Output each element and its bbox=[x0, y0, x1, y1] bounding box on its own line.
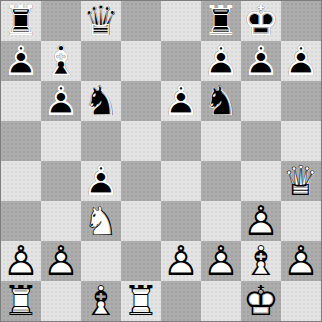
piece-glyph-solid: ♜ bbox=[201, 1, 241, 41]
square-a8[interactable]: ♜♖ bbox=[1, 1, 41, 41]
square-e8[interactable] bbox=[161, 1, 201, 41]
piece-glyph-outline: ♙ bbox=[41, 241, 81, 281]
square-a3[interactable] bbox=[1, 201, 41, 241]
square-e1[interactable] bbox=[161, 281, 201, 321]
square-b3[interactable] bbox=[41, 201, 81, 241]
piece-glyph-solid: ♞ bbox=[201, 81, 241, 121]
piece-black-king[interactable]: ♚♔ bbox=[241, 1, 281, 41]
piece-glyph-outline: ♘ bbox=[81, 201, 121, 241]
square-h4[interactable]: ♛♕ bbox=[281, 161, 321, 201]
piece-black-queen[interactable]: ♛♕ bbox=[81, 1, 121, 41]
square-g6[interactable] bbox=[241, 81, 281, 121]
piece-glyph-solid: ♝ bbox=[41, 41, 81, 81]
square-f6[interactable]: ♞♘ bbox=[201, 81, 241, 121]
square-e6[interactable]: ♟♙ bbox=[161, 81, 201, 121]
piece-white-pawn[interactable]: ♟♙ bbox=[241, 201, 281, 241]
square-b2[interactable]: ♟♙ bbox=[41, 241, 81, 281]
piece-glyph-solid: ♟ bbox=[81, 161, 121, 201]
piece-black-knight[interactable]: ♞♘ bbox=[81, 81, 121, 121]
square-a4[interactable] bbox=[1, 161, 41, 201]
piece-glyph-outline: ♖ bbox=[121, 281, 161, 321]
square-d4[interactable] bbox=[121, 161, 161, 201]
piece-black-knight[interactable]: ♞♘ bbox=[201, 81, 241, 121]
piece-glyph-solid: ♟ bbox=[201, 241, 241, 281]
square-d2[interactable] bbox=[121, 241, 161, 281]
piece-glyph-outline: ♙ bbox=[241, 201, 281, 241]
piece-white-bishop[interactable]: ♝♗ bbox=[241, 241, 281, 281]
square-g3[interactable]: ♟♙ bbox=[241, 201, 281, 241]
piece-glyph-solid: ♟ bbox=[1, 41, 41, 81]
square-e7[interactable] bbox=[161, 41, 201, 81]
square-f3[interactable] bbox=[201, 201, 241, 241]
piece-white-rook[interactable]: ♜♖ bbox=[1, 281, 41, 321]
square-g7[interactable]: ♟♙ bbox=[241, 41, 281, 81]
piece-glyph-outline: ♕ bbox=[81, 1, 121, 41]
piece-glyph-outline: ♖ bbox=[1, 1, 41, 41]
square-b4[interactable] bbox=[41, 161, 81, 201]
piece-black-pawn[interactable]: ♟♙ bbox=[81, 161, 121, 201]
piece-glyph-solid: ♟ bbox=[41, 241, 81, 281]
piece-glyph-solid: ♟ bbox=[241, 201, 281, 241]
piece-glyph-outline: ♙ bbox=[41, 81, 81, 121]
square-d7[interactable] bbox=[121, 41, 161, 81]
piece-glyph-outline: ♙ bbox=[201, 41, 241, 81]
square-b8[interactable] bbox=[41, 1, 81, 41]
square-b7[interactable]: ♝♗ bbox=[41, 41, 81, 81]
square-f5[interactable] bbox=[201, 121, 241, 161]
piece-black-pawn[interactable]: ♟♙ bbox=[201, 41, 241, 81]
piece-glyph-solid: ♝ bbox=[81, 281, 121, 321]
square-d3[interactable] bbox=[121, 201, 161, 241]
piece-glyph-outline: ♙ bbox=[81, 161, 121, 201]
piece-glyph-solid: ♟ bbox=[201, 41, 241, 81]
piece-white-knight[interactable]: ♞♘ bbox=[81, 201, 121, 241]
square-b6[interactable]: ♟♙ bbox=[41, 81, 81, 121]
square-a7[interactable]: ♟♙ bbox=[1, 41, 41, 81]
square-h5[interactable] bbox=[281, 121, 321, 161]
piece-black-pawn[interactable]: ♟♙ bbox=[1, 41, 41, 81]
piece-black-pawn[interactable]: ♟♙ bbox=[241, 41, 281, 81]
square-e4[interactable] bbox=[161, 161, 201, 201]
piece-glyph-solid: ♟ bbox=[281, 41, 321, 81]
piece-black-rook[interactable]: ♜♖ bbox=[201, 1, 241, 41]
square-h6[interactable] bbox=[281, 81, 321, 121]
piece-glyph-outline: ♙ bbox=[161, 81, 201, 121]
square-f8[interactable]: ♜♖ bbox=[201, 1, 241, 41]
piece-glyph-solid: ♛ bbox=[81, 1, 121, 41]
square-g4[interactable] bbox=[241, 161, 281, 201]
square-b1[interactable] bbox=[41, 281, 81, 321]
piece-glyph-outline: ♙ bbox=[1, 41, 41, 81]
square-g8[interactable]: ♚♔ bbox=[241, 1, 281, 41]
square-a1[interactable]: ♜♖ bbox=[1, 281, 41, 321]
piece-black-pawn[interactable]: ♟♙ bbox=[281, 41, 321, 81]
piece-white-pawn[interactable]: ♟♙ bbox=[161, 241, 201, 281]
piece-glyph-solid: ♛ bbox=[281, 161, 321, 201]
piece-glyph-solid: ♟ bbox=[161, 241, 201, 281]
square-c3[interactable]: ♞♘ bbox=[81, 201, 121, 241]
piece-black-bishop[interactable]: ♝♗ bbox=[41, 41, 81, 81]
piece-glyph-outline: ♙ bbox=[1, 241, 41, 281]
piece-white-rook[interactable]: ♜♖ bbox=[121, 281, 161, 321]
square-g1[interactable]: ♚♔ bbox=[241, 281, 281, 321]
piece-glyph-outline: ♘ bbox=[81, 81, 121, 121]
piece-white-bishop[interactable]: ♝♗ bbox=[81, 281, 121, 321]
square-e5[interactable] bbox=[161, 121, 201, 161]
chess-board: ♜♖♛♕♜♖♚♔♟♙♝♗♟♙♟♙♟♙♟♙♞♘♟♙♞♘♟♙♛♕♞♘♟♙♟♙♟♙♟♙… bbox=[0, 0, 322, 322]
piece-glyph-solid: ♟ bbox=[281, 241, 321, 281]
square-h7[interactable]: ♟♙ bbox=[281, 41, 321, 81]
piece-glyph-solid: ♜ bbox=[1, 1, 41, 41]
square-c5[interactable] bbox=[81, 121, 121, 161]
square-a2[interactable]: ♟♙ bbox=[1, 241, 41, 281]
square-c6[interactable]: ♞♘ bbox=[81, 81, 121, 121]
piece-glyph-outline: ♖ bbox=[1, 281, 41, 321]
piece-black-pawn[interactable]: ♟♙ bbox=[161, 81, 201, 121]
square-c8[interactable]: ♛♕ bbox=[81, 1, 121, 41]
piece-glyph-outline: ♔ bbox=[241, 281, 281, 321]
square-e2[interactable]: ♟♙ bbox=[161, 241, 201, 281]
piece-glyph-solid: ♜ bbox=[1, 281, 41, 321]
piece-white-pawn[interactable]: ♟♙ bbox=[281, 241, 321, 281]
piece-glyph-outline: ♕ bbox=[281, 161, 321, 201]
piece-glyph-outline: ♙ bbox=[161, 241, 201, 281]
square-g2[interactable]: ♝♗ bbox=[241, 241, 281, 281]
square-d6[interactable] bbox=[121, 81, 161, 121]
piece-glyph-solid: ♝ bbox=[241, 241, 281, 281]
piece-glyph-outline: ♗ bbox=[41, 41, 81, 81]
piece-glyph-solid: ♟ bbox=[1, 241, 41, 281]
square-e3[interactable] bbox=[161, 201, 201, 241]
square-f1[interactable] bbox=[201, 281, 241, 321]
piece-glyph-solid: ♟ bbox=[241, 41, 281, 81]
square-h3[interactable] bbox=[281, 201, 321, 241]
square-h8[interactable] bbox=[281, 1, 321, 41]
square-h1[interactable] bbox=[281, 281, 321, 321]
piece-glyph-solid: ♞ bbox=[81, 81, 121, 121]
square-b5[interactable] bbox=[41, 121, 81, 161]
piece-glyph-solid: ♞ bbox=[81, 201, 121, 241]
piece-white-king[interactable]: ♚♔ bbox=[241, 281, 281, 321]
piece-black-pawn[interactable]: ♟♙ bbox=[41, 81, 81, 121]
piece-glyph-solid: ♟ bbox=[41, 81, 81, 121]
square-d5[interactable] bbox=[121, 121, 161, 161]
square-c1[interactable]: ♝♗ bbox=[81, 281, 121, 321]
piece-glyph-outline: ♗ bbox=[241, 241, 281, 281]
piece-glyph-outline: ♙ bbox=[201, 241, 241, 281]
square-a5[interactable] bbox=[1, 121, 41, 161]
piece-glyph-outline: ♙ bbox=[241, 41, 281, 81]
piece-black-rook[interactable]: ♜♖ bbox=[1, 1, 41, 41]
piece-glyph-outline: ♘ bbox=[201, 81, 241, 121]
piece-white-pawn[interactable]: ♟♙ bbox=[201, 241, 241, 281]
piece-white-pawn[interactable]: ♟♙ bbox=[41, 241, 81, 281]
piece-glyph-outline: ♔ bbox=[241, 1, 281, 41]
piece-glyph-outline: ♗ bbox=[81, 281, 121, 321]
piece-glyph-outline: ♙ bbox=[281, 241, 321, 281]
piece-white-queen[interactable]: ♛♕ bbox=[281, 161, 321, 201]
square-c2[interactable] bbox=[81, 241, 121, 281]
square-d8[interactable] bbox=[121, 1, 161, 41]
square-d1[interactable]: ♜♖ bbox=[121, 281, 161, 321]
square-f4[interactable] bbox=[201, 161, 241, 201]
square-a6[interactable] bbox=[1, 81, 41, 121]
square-g5[interactable] bbox=[241, 121, 281, 161]
square-c7[interactable] bbox=[81, 41, 121, 81]
piece-glyph-solid: ♚ bbox=[241, 1, 281, 41]
piece-glyph-outline: ♖ bbox=[201, 1, 241, 41]
square-h2[interactable]: ♟♙ bbox=[281, 241, 321, 281]
piece-glyph-solid: ♚ bbox=[241, 281, 281, 321]
piece-white-pawn[interactable]: ♟♙ bbox=[1, 241, 41, 281]
square-f7[interactable]: ♟♙ bbox=[201, 41, 241, 81]
piece-glyph-outline: ♙ bbox=[281, 41, 321, 81]
square-c4[interactable]: ♟♙ bbox=[81, 161, 121, 201]
square-f2[interactable]: ♟♙ bbox=[201, 241, 241, 281]
piece-glyph-solid: ♜ bbox=[121, 281, 161, 321]
piece-glyph-solid: ♟ bbox=[161, 81, 201, 121]
